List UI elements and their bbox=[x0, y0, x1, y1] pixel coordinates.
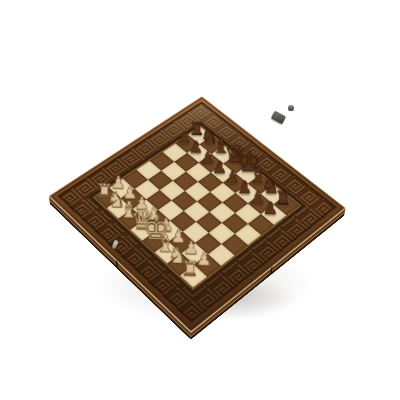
product-photo: ♜♞♝♛♚♝♞♜♟♟♟♟♟♟♟♟♟♟♟♟♟♟♟♟♜♞♝♛♚♝♞♜ bbox=[0, 0, 400, 400]
box-rim: ♜♞♝♛♚♝♞♜♟♟♟♟♟♟♟♟♟♟♟♟♟♟♟♟♜♞♝♛♚♝♞♜ bbox=[49, 96, 346, 332]
carved-frame: ♜♞♝♛♚♝♞♜♟♟♟♟♟♟♟♟♟♟♟♟♟♟♟♟♜♞♝♛♚♝♞♜ bbox=[57, 102, 337, 324]
clasp-latch-knob bbox=[288, 105, 294, 111]
chess-box: ♜♞♝♛♚♝♞♜♟♟♟♟♟♟♟♟♟♟♟♟♟♟♟♟♜♞♝♛♚♝♞♜ bbox=[49, 96, 346, 332]
piece-white-rook[interactable]: ♜ bbox=[180, 259, 200, 280]
scene: ♜♞♝♛♚♝♞♜♟♟♟♟♟♟♟♟♟♟♟♟♟♟♟♟♜♞♝♛♚♝♞♜ bbox=[0, 0, 400, 400]
piece-black-pawn[interactable]: ♟ bbox=[261, 200, 280, 218]
